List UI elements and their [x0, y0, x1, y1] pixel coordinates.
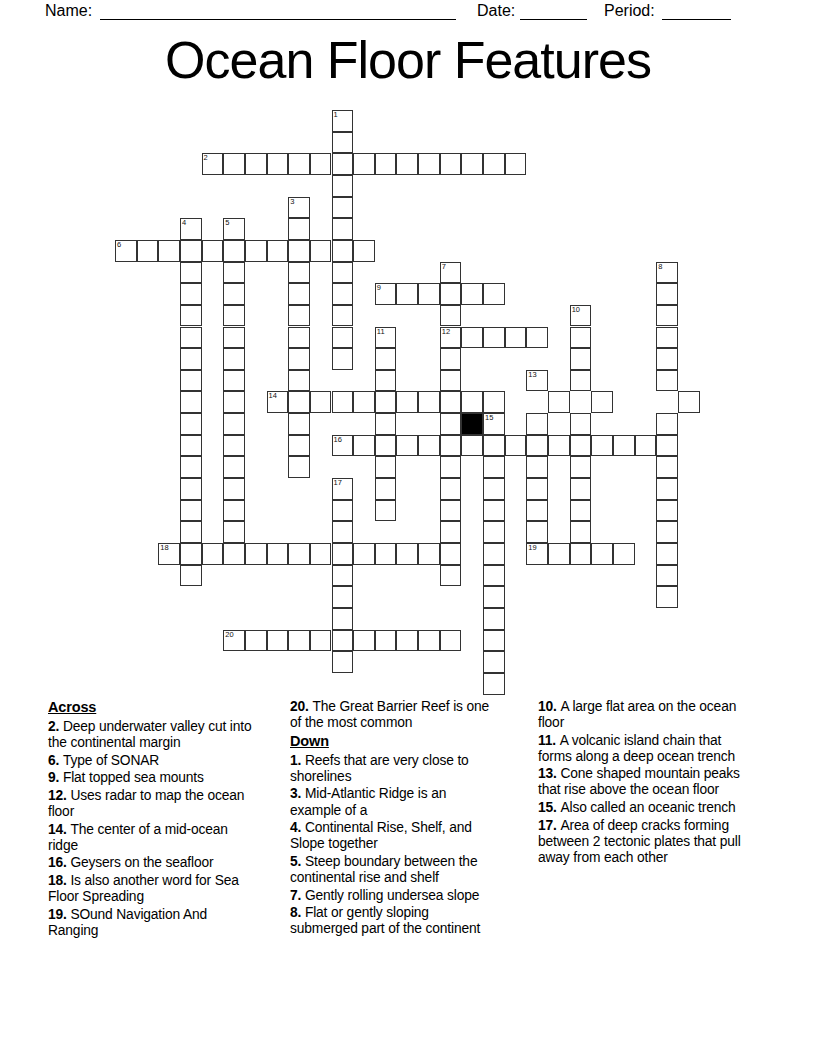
grid-cell-r15c14[interactable]	[418, 435, 440, 457]
grid-cell-r25c17[interactable]	[483, 651, 505, 673]
grid-cell-r6c11[interactable]	[353, 240, 375, 262]
grid-cell-r24c8[interactable]	[288, 630, 310, 652]
grid-cell-r16c5[interactable]	[223, 456, 245, 478]
grid-cell-r25c10[interactable]	[332, 651, 354, 673]
grid-cell-r22c25[interactable]	[656, 586, 678, 608]
grid-cell-r15c19[interactable]	[526, 435, 548, 457]
grid-cell-r13c9[interactable]	[310, 391, 332, 413]
grid-cell-r24c15[interactable]	[440, 630, 462, 652]
grid-cell-r15c17[interactable]	[483, 435, 505, 457]
grid-cell-r17c17[interactable]	[483, 478, 505, 500]
grid-cell-r13c8[interactable]	[288, 391, 310, 413]
grid-cell-r2c12[interactable]	[375, 153, 397, 175]
clue-1: 1. Reefs that are very close to shorelin…	[290, 753, 496, 785]
cell-number-1: 1	[334, 111, 338, 119]
grid-cell-r9c3[interactable]	[180, 305, 202, 327]
clue-heading-across: Across	[48, 699, 258, 715]
grid-cell-r20c17[interactable]	[483, 543, 505, 565]
cell-number-14: 14	[269, 392, 277, 400]
black-cell	[461, 413, 483, 435]
clue-19: 19. SOund Navigation And Ranging	[48, 907, 258, 939]
grid-cell-r6c5[interactable]	[223, 240, 245, 262]
grid-cell-r2c9[interactable]	[310, 153, 332, 175]
cell-number-18: 18	[160, 544, 168, 552]
grid-cell-r21c17[interactable]	[483, 565, 505, 587]
clue-column-right: 10. A large flat area on the ocean floor…	[538, 699, 748, 867]
grid-cell-r2c18[interactable]	[505, 153, 527, 175]
grid-cell-r8c17[interactable]	[483, 283, 505, 305]
grid-cell-r13c5[interactable]	[223, 391, 245, 413]
grid-cell-r16c3[interactable]	[180, 456, 202, 478]
grid-cell-r10c17[interactable]	[483, 327, 505, 349]
cell-number-9: 9	[377, 284, 381, 292]
clue-heading-down: Down	[290, 733, 496, 749]
grid-cell-r20c6[interactable]	[245, 543, 267, 565]
grid-cell-r8c14[interactable]	[418, 283, 440, 305]
period-blank[interactable]	[662, 19, 731, 20]
grid-cell-r2c11[interactable]	[353, 153, 375, 175]
grid-cell-r16c15[interactable]	[440, 456, 462, 478]
grid-cell-r20c15[interactable]	[440, 543, 462, 565]
grid-cell-r15c13[interactable]	[396, 435, 418, 457]
grid-cell-r16c21[interactable]	[570, 456, 592, 478]
grid-cell-r14c3[interactable]	[180, 413, 202, 435]
cell-number-8: 8	[658, 263, 662, 271]
grid-cell-r6c4[interactable]	[202, 240, 224, 262]
grid-cell-r24c13[interactable]	[396, 630, 418, 652]
grid-cell-r2c7[interactable]	[267, 153, 289, 175]
grid-cell-r24c7[interactable]	[267, 630, 289, 652]
grid-cell-r8c5[interactable]	[223, 283, 245, 305]
grid-cell-r19c5[interactable]	[223, 521, 245, 543]
grid-cell-r2c16[interactable]	[461, 153, 483, 175]
grid-cell-r10c8[interactable]	[288, 327, 310, 349]
grid-cell-r20c25[interactable]	[656, 543, 678, 565]
grid-cell-r2c10[interactable]	[332, 153, 354, 175]
grid-cell-r4c10[interactable]	[332, 197, 354, 219]
grid-cell-r15c25[interactable]	[656, 435, 678, 457]
grid-cell-r20c7[interactable]	[267, 543, 289, 565]
grid-cell-r15c24[interactable]	[635, 435, 657, 457]
grid-cell-r16c12[interactable]	[375, 456, 397, 478]
grid-cell-r19c21[interactable]	[570, 521, 592, 543]
grid-cell-r10c10[interactable]	[332, 327, 354, 349]
clue-3: 3. Mid-Atlantic Ridge is an example of a	[290, 786, 496, 818]
grid-cell-r13c13[interactable]	[396, 391, 418, 413]
clue-8: 8. Flat or gently sloping submerged part…	[290, 905, 496, 937]
clue-11: 11. A volcanic island chain that forms a…	[538, 733, 748, 765]
grid-cell-r8c25[interactable]	[656, 283, 678, 305]
grid-cell-r11c21[interactable]	[570, 348, 592, 370]
grid-cell-r20c11[interactable]	[353, 543, 375, 565]
clue-column-left: Across2. Deep underwater valley cut into…	[48, 699, 258, 940]
grid-cell-r13c12[interactable]	[375, 391, 397, 413]
grid-cell-r18c3[interactable]	[180, 500, 202, 522]
grid-cell-r20c9[interactable]	[310, 543, 332, 565]
grid-cell-r2c14[interactable]	[418, 153, 440, 175]
grid-cell-r3c10[interactable]	[332, 175, 354, 197]
grid-cell-r16c17[interactable]	[483, 456, 505, 478]
cell-number-5: 5	[225, 219, 229, 227]
grid-cell-r2c15[interactable]	[440, 153, 462, 175]
grid-cell-r12c15[interactable]	[440, 370, 462, 392]
cell-number-19: 19	[528, 544, 536, 552]
grid-cell-r1c10[interactable]	[332, 132, 354, 154]
grid-cell-r16c25[interactable]	[656, 456, 678, 478]
grid-cell-r12c3[interactable]	[180, 370, 202, 392]
clue-6: 6. Type of SONAR	[48, 753, 258, 769]
grid-cell-r16c8[interactable]	[288, 456, 310, 478]
grid-cell-r17c12[interactable]	[375, 478, 397, 500]
grid-cell-r15c21[interactable]	[570, 435, 592, 457]
grid-cell-r8c10[interactable]	[332, 283, 354, 305]
clue-5: 5. Steep boundary between the continenta…	[290, 854, 496, 886]
grid-cell-r8c15[interactable]	[440, 283, 462, 305]
grid-cell-r14c5[interactable]	[223, 413, 245, 435]
clue-16: 16. Geysers on the seafloor	[48, 855, 258, 871]
grid-cell-r15c18[interactable]	[505, 435, 527, 457]
grid-cell-r24c9[interactable]	[310, 630, 332, 652]
grid-cell-r7c10[interactable]	[332, 262, 354, 284]
cell-number-12: 12	[442, 328, 450, 336]
grid-cell-r17c3[interactable]	[180, 478, 202, 500]
grid-cell-r6c2[interactable]	[158, 240, 180, 262]
grid-cell-r18c25[interactable]	[656, 500, 678, 522]
grid-cell-r13c10[interactable]	[332, 391, 354, 413]
cell-number-3: 3	[290, 198, 294, 206]
grid-cell-r2c5[interactable]	[223, 153, 245, 175]
cell-number-2: 2	[204, 154, 208, 162]
grid-cell-r14c12[interactable]	[375, 413, 397, 435]
cell-number-6: 6	[117, 241, 121, 249]
crossword-board: 1234567891011121314151617181920	[115, 110, 678, 695]
grid-cell-r19c25[interactable]	[656, 521, 678, 543]
grid-cell-r24c6[interactable]	[245, 630, 267, 652]
grid-cell-r20c20[interactable]	[548, 543, 570, 565]
grid-cell-r13c14[interactable]	[418, 391, 440, 413]
cell-number-20: 20	[225, 631, 233, 639]
grid-cell-r18c15[interactable]	[440, 500, 462, 522]
grid-cell-r15c11[interactable]	[353, 435, 375, 457]
grid-cell-r15c5[interactable]	[223, 435, 245, 457]
grid-cell-r6c9[interactable]	[310, 240, 332, 262]
grid-cell-r14c21[interactable]	[570, 413, 592, 435]
grid-cell-r14c19[interactable]	[526, 413, 548, 435]
grid-cell-r9c25[interactable]	[656, 305, 678, 327]
worksheet-page: Name: Date: Period: Ocean Floor Features…	[0, 0, 816, 1056]
clue-12: 12. Uses radar to map the ocean floor	[48, 788, 258, 820]
clue-4: 4. Continental Rise, Shelf, and Slope to…	[290, 820, 496, 852]
cell-number-15: 15	[485, 414, 493, 422]
clue-15: 15. Also called an oceanic trench	[538, 800, 748, 816]
grid-cell-r20c12[interactable]	[375, 543, 397, 565]
grid-cell-r10c18[interactable]	[505, 327, 527, 349]
grid-cell-r13c11[interactable]	[353, 391, 375, 413]
name-blank[interactable]	[100, 19, 456, 20]
grid-cell-r19c15[interactable]	[440, 521, 462, 543]
grid-cell-r22c17[interactable]	[483, 586, 505, 608]
grid-cell-r5c8[interactable]	[288, 218, 310, 240]
clue-column-middle: 20. The Great Barrier Reef is one of the…	[290, 699, 496, 939]
grid-cell-r13c16[interactable]	[461, 391, 483, 413]
grid-cell-r9c10[interactable]	[332, 305, 354, 327]
grid-cell-r6c8[interactable]	[288, 240, 310, 262]
grid-cell-r20c5[interactable]	[223, 543, 245, 565]
grid-cell-r24c10[interactable]	[332, 630, 354, 652]
grid-cell-r5c10[interactable]	[332, 218, 354, 240]
grid-cell-r15c8[interactable]	[288, 435, 310, 457]
grid-cell-r11c3[interactable]	[180, 348, 202, 370]
grid-cell-r15c23[interactable]	[613, 435, 635, 457]
grid-cell-r18c12[interactable]	[375, 500, 397, 522]
grid-cell-r21c10[interactable]	[332, 565, 354, 587]
cell-number-4: 4	[182, 219, 186, 227]
grid-cell-r24c14[interactable]	[418, 630, 440, 652]
grid-cell-r8c16[interactable]	[461, 283, 483, 305]
grid-cell-r11c5[interactable]	[223, 348, 245, 370]
grid-cell-r9c15[interactable]	[440, 305, 462, 327]
cell-number-16: 16	[334, 436, 342, 444]
grid-cell-r14c8[interactable]	[288, 413, 310, 435]
clue-13: 13. Cone shaped mountain peaks that rise…	[538, 766, 748, 798]
grid-cell-r20c3[interactable]	[180, 543, 202, 565]
grid-cell-r13c17[interactable]	[483, 391, 505, 413]
grid-cell-r2c17[interactable]	[483, 153, 505, 175]
grid-cell-r10c3[interactable]	[180, 327, 202, 349]
cell-number-17: 17	[334, 479, 342, 487]
grid-cell-r21c15[interactable]	[440, 565, 462, 587]
grid-cell-r15c16[interactable]	[461, 435, 483, 457]
grid-cell-r6c3[interactable]	[180, 240, 202, 262]
grid-cell-r8c13[interactable]	[396, 283, 418, 305]
grid-cell-r10c25[interactable]	[656, 327, 678, 349]
grid-cell-r10c5[interactable]	[223, 327, 245, 349]
grid-cell-r2c6[interactable]	[245, 153, 267, 175]
grid-cell-r11c10[interactable]	[332, 348, 354, 370]
grid-cell-r10c19[interactable]	[526, 327, 548, 349]
grid-cell-r13c26[interactable]	[678, 391, 700, 413]
grid-cell-r6c1[interactable]	[137, 240, 159, 262]
clue-7: 7. Gently rolling undersea slope	[290, 888, 496, 904]
grid-cell-r19c17[interactable]	[483, 521, 505, 543]
grid-cell-r12c12[interactable]	[375, 370, 397, 392]
grid-cell-r20c10[interactable]	[332, 543, 354, 565]
cell-number-13: 13	[528, 371, 536, 379]
grid-cell-r20c13[interactable]	[396, 543, 418, 565]
date-blank[interactable]	[520, 19, 587, 20]
grid-cell-r21c3[interactable]	[180, 565, 202, 587]
grid-cell-r24c17[interactable]	[483, 630, 505, 652]
grid-cell-r26c17[interactable]	[483, 673, 505, 695]
grid-cell-r8c3[interactable]	[180, 283, 202, 305]
clue-14: 14. The center of a mid-ocean ridge	[48, 822, 258, 854]
grid-cell-r13c22[interactable]	[591, 391, 613, 413]
period-label: Period:	[604, 2, 655, 20]
cell-number-7: 7	[442, 263, 446, 271]
grid-cell-r6c6[interactable]	[245, 240, 267, 262]
grid-cell-r20c14[interactable]	[418, 543, 440, 565]
cell-number-11: 11	[377, 328, 385, 336]
grid-cell-r7c8[interactable]	[288, 262, 310, 284]
grid-cell-r17c19[interactable]	[526, 478, 548, 500]
clue-9: 9. Flat topped sea mounts	[48, 770, 258, 786]
clue-20: 20. The Great Barrier Reef is one of the…	[290, 699, 496, 731]
grid-cell-r18c10[interactable]	[332, 500, 354, 522]
name-label: Name:	[45, 2, 92, 20]
grid-cell-r6c10[interactable]	[332, 240, 354, 262]
grid-cell-r14c25[interactable]	[656, 413, 678, 435]
clue-2: 2. Deep underwater valley cut into the c…	[48, 719, 258, 751]
grid-cell-r20c22[interactable]	[591, 543, 613, 565]
grid-cell-r13c15[interactable]	[440, 391, 462, 413]
grid-cell-r14c15[interactable]	[440, 413, 462, 435]
grid-cell-r15c12[interactable]	[375, 435, 397, 457]
grid-cell-r6c7[interactable]	[267, 240, 289, 262]
grid-cell-r17c21[interactable]	[570, 478, 592, 500]
grid-cell-r7c3[interactable]	[180, 262, 202, 284]
grid-cell-r9c5[interactable]	[223, 305, 245, 327]
grid-cell-r7c5[interactable]	[223, 262, 245, 284]
grid-cell-r13c3[interactable]	[180, 391, 202, 413]
grid-cell-r24c11[interactable]	[353, 630, 375, 652]
grid-cell-r15c15[interactable]	[440, 435, 462, 457]
grid-cell-r15c20[interactable]	[548, 435, 570, 457]
grid-cell-r12c8[interactable]	[288, 370, 310, 392]
grid-cell-r18c5[interactable]	[223, 500, 245, 522]
grid-cell-r20c21[interactable]	[570, 543, 592, 565]
grid-cell-r20c8[interactable]	[288, 543, 310, 565]
grid-cell-r8c8[interactable]	[288, 283, 310, 305]
grid-cell-r12c25[interactable]	[656, 370, 678, 392]
grid-cell-r19c10[interactable]	[332, 521, 354, 543]
grid-cell-r20c4[interactable]	[202, 543, 224, 565]
grid-cell-r24c12[interactable]	[375, 630, 397, 652]
grid-cell-r17c5[interactable]	[223, 478, 245, 500]
grid-cell-r19c3[interactable]	[180, 521, 202, 543]
grid-cell-r11c8[interactable]	[288, 348, 310, 370]
grid-cell-r11c15[interactable]	[440, 348, 462, 370]
clue-10: 10. A large flat area on the ocean floor	[538, 699, 748, 731]
grid-cell-r13c20[interactable]	[548, 391, 570, 413]
grid-cell-r23c10[interactable]	[332, 608, 354, 630]
grid-cell-r9c8[interactable]	[288, 305, 310, 327]
clue-18: 18. Is also another word for Sea Floor S…	[48, 873, 258, 905]
date-label: Date:	[477, 2, 515, 20]
grid-cell-r18c17[interactable]	[483, 500, 505, 522]
grid-cell-r10c21[interactable]	[570, 327, 592, 349]
grid-cell-r2c8[interactable]	[288, 153, 310, 175]
puzzle-title: Ocean Floor Features	[0, 30, 816, 90]
grid-cell-r19c19[interactable]	[526, 521, 548, 543]
grid-cell-r2c13[interactable]	[396, 153, 418, 175]
grid-cell-r15c3[interactable]	[180, 435, 202, 457]
grid-cell-r11c12[interactable]	[375, 348, 397, 370]
grid-cell-r20c23[interactable]	[613, 543, 635, 565]
cell-number-10: 10	[572, 306, 580, 314]
grid-cell-r18c21[interactable]	[570, 500, 592, 522]
grid-cell-r23c17[interactable]	[483, 608, 505, 630]
grid-cell-r17c15[interactable]	[440, 478, 462, 500]
grid-cell-r17c25[interactable]	[656, 478, 678, 500]
grid-cell-r18c19[interactable]	[526, 500, 548, 522]
grid-cell-r12c21[interactable]	[570, 370, 592, 392]
grid-cell-r12c5[interactable]	[223, 370, 245, 392]
grid-cell-r15c22[interactable]	[591, 435, 613, 457]
grid-cell-r11c25[interactable]	[656, 348, 678, 370]
clue-17: 17. Area of deep cracks forming between …	[538, 818, 748, 866]
grid-cell-r22c10[interactable]	[332, 586, 354, 608]
grid-cell-r10c16[interactable]	[461, 327, 483, 349]
grid-cell-r16c19[interactable]	[526, 456, 548, 478]
grid-cell-r21c25[interactable]	[656, 565, 678, 587]
